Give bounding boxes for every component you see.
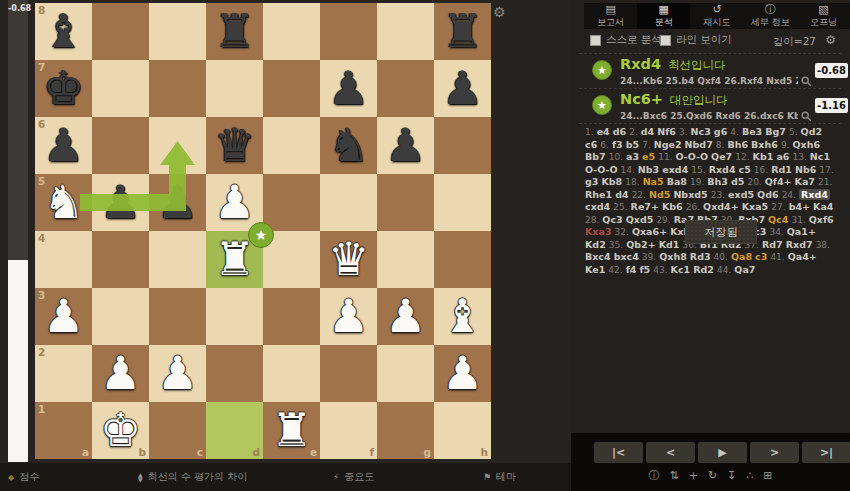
move-white[interactable]: Nc1 (810, 151, 830, 162)
chess-board[interactable]: 8♝♜♜7♚♟♟6♟♛♞♟5♞♟♟♟4♜♛3♟♟♟♝2♟♟♟1ab♚cde♜fg… (35, 3, 491, 459)
move-white[interactable]: Rd1 (771, 164, 792, 175)
square-g2[interactable] (377, 345, 434, 402)
tab-label: 세부 정보 (751, 16, 790, 29)
black-pawn-b5[interactable]: ♟ (100, 174, 141, 231)
square-b5[interactable]: ♟ (92, 174, 149, 231)
move-black[interactable]: c3 (755, 251, 767, 262)
rank-label-3: 3 (38, 290, 45, 301)
move-black[interactable]: a6 (776, 151, 789, 162)
move-black[interactable]: Ke1 (585, 264, 605, 275)
tab-icon: ▧ (818, 4, 828, 15)
move-number: 16. (754, 165, 768, 175)
evaluation-bar: -0.68 (8, 0, 28, 462)
move-number: 38. (816, 240, 830, 250)
move-number: 35. (609, 240, 623, 250)
toolbar-item-label: 점수 (19, 470, 39, 484)
next-move-button[interactable]: > (750, 442, 799, 463)
move-black[interactable]: Kd1 (659, 239, 680, 250)
square-a8[interactable]: 8♝ (35, 3, 92, 60)
square-d3[interactable] (206, 288, 263, 345)
move-white[interactable]: Rd7 (762, 239, 783, 250)
move-black[interactable]: Nbd7 (685, 139, 713, 150)
white-pawn-g3[interactable]: ♟ (385, 288, 426, 345)
square-b8[interactable] (92, 3, 149, 60)
rank-label-2: 2 (38, 347, 45, 358)
square-c7[interactable] (149, 60, 206, 117)
white-queen-f4[interactable]: ♛ (328, 231, 369, 288)
move-number: 40. (714, 252, 728, 262)
move-black[interactable]: d4 (615, 189, 628, 200)
move-white[interactable]: Qa7 (734, 264, 755, 275)
panel-tab-bar: ▤보고서▦분석↺재시도ⓘ세부 정보▧오프닝 (584, 3, 850, 29)
square-f2[interactable] (320, 345, 377, 402)
move-black[interactable]: Qc4 (768, 214, 788, 225)
evaluation-value: -0.68 (8, 4, 28, 13)
move-black[interactable]: Bg7 (765, 126, 786, 137)
square-f4[interactable]: ♛ (320, 231, 377, 288)
flip-board-icon[interactable]: ⇅ (669, 469, 678, 483)
square-d8[interactable]: ♜ (206, 3, 263, 60)
black-queen-d6[interactable]: ♛ (214, 117, 255, 174)
move-number: 41. (770, 252, 784, 262)
move-black[interactable]: c6 (585, 139, 597, 150)
move-black[interactable]: Rd3 (690, 251, 711, 262)
move-number: 23. (711, 190, 725, 200)
move-number: 28. (585, 215, 599, 225)
file-label-h: h (481, 447, 488, 458)
square-a4[interactable]: 4 (35, 231, 92, 288)
move-black[interactable]: e5 (642, 151, 655, 162)
black-rook-d8[interactable]: ♜ (214, 3, 255, 60)
move-number: 2. (629, 127, 638, 137)
rank-label-4: 4 (38, 233, 45, 244)
file-label-c: c (197, 447, 203, 458)
checkbox-label: 라인 보이기 (676, 33, 732, 47)
saved-button[interactable]: 저장됨 (685, 220, 757, 244)
move-white[interactable]: O-O-O (676, 151, 708, 162)
separator (579, 123, 841, 124)
toolbar-item-최선의 수 평가의 차이[interactable]: ▲▼최선의 수 평가의 차이 (138, 463, 247, 491)
square-e5[interactable] (263, 174, 320, 231)
move-white[interactable]: Rhe1 (585, 189, 612, 200)
square-e6[interactable] (263, 117, 320, 174)
theme-flag-icon: ⚑ (483, 472, 491, 482)
tab-세부 정보[interactable]: ⓘ세부 정보 (744, 3, 797, 29)
move-number: 11. (658, 152, 672, 162)
square-e7[interactable] (263, 60, 320, 117)
square-h5[interactable] (434, 174, 491, 231)
square-g5[interactable] (377, 174, 434, 231)
move-list[interactable]: 1. e4 d6 2. d4 Nf6 3. Nc3 g6 4. Be3 Bg7 … (585, 126, 837, 216)
square-a1[interactable]: 1a (35, 402, 92, 459)
bottom-toolbar: ◆점수▲▼최선의 수 평가의 차이⚡중요도⚑테마 (0, 463, 571, 491)
move-number: 19. (690, 177, 704, 187)
move-number: 32. (615, 227, 629, 237)
move-white[interactable]: f3 (612, 139, 623, 150)
move-black[interactable]: Qxd5 (626, 214, 654, 225)
square-a5[interactable]: 5♞ (35, 174, 92, 231)
separator (579, 88, 841, 89)
square-b6[interactable] (92, 117, 149, 174)
lightning-icon: ⚡ (333, 472, 339, 482)
move-black[interactable]: Bxh6 (751, 139, 778, 150)
checkbox-icon[interactable] (590, 35, 601, 46)
white-bishop-h3[interactable]: ♝ (442, 288, 483, 345)
move-white[interactable]: Kb1 (753, 151, 774, 162)
depth-label: 깊이=27 (773, 35, 816, 49)
last-move-button[interactable]: >| (802, 442, 850, 463)
move-black[interactable]: Bb7 (585, 151, 606, 162)
move-white[interactable]: Qxh8 (659, 251, 687, 262)
move-white[interactable]: d4 (641, 126, 654, 137)
square-h8[interactable]: ♜ (434, 3, 491, 60)
square-c1[interactable]: c (149, 402, 206, 459)
black-king-a7[interactable]: ♚ (43, 60, 84, 117)
add-icon[interactable]: + (689, 469, 698, 483)
best-move-star-badge: ★ (248, 222, 274, 248)
square-d1[interactable]: d (206, 402, 263, 459)
move-black[interactable]: Ba8 (667, 176, 687, 187)
square-e1[interactable]: e♜ (263, 402, 320, 459)
alt-move-star-icon: ★ (592, 95, 612, 115)
engine-settings-gear-icon[interactable]: ⚙ (825, 33, 836, 47)
black-pawn-h7[interactable]: ♟ (442, 60, 483, 117)
eval-badge: -0.68 (815, 63, 848, 78)
analysis-controls-row: 스스로 분석 라인 보이기 깊이=27 ⚙ (571, 31, 850, 49)
move-white[interactable]: f4 (626, 264, 637, 275)
move-number: 3. (679, 127, 688, 137)
move-number: 13. (792, 152, 806, 162)
toolbar-item-중요도[interactable]: ⚡중요도 (333, 463, 374, 491)
square-h1[interactable]: h (434, 402, 491, 459)
tab-label: 보고서 (597, 16, 624, 29)
move-number: 26. (686, 202, 700, 212)
move-number: 34. (769, 227, 783, 237)
square-c6[interactable] (149, 117, 206, 174)
move-white[interactable]: Qa1+ (787, 226, 816, 237)
move-number: 31. (791, 215, 805, 225)
move-number: 9. (781, 140, 790, 150)
move-number: 22. (632, 190, 646, 200)
white-rook-e1[interactable]: ♜ (271, 402, 312, 459)
tab-label: 분석 (655, 16, 673, 29)
move-number: 17. (819, 165, 833, 175)
utility-icons-row: ⓘ⇅+↻↧∴⊞ (571, 469, 850, 483)
rank-label-1: 1 (38, 404, 45, 415)
download-icon[interactable]: ↧ (727, 469, 736, 483)
engine-line-best[interactable]: ★ Rxd4최선입니다 24...Kb6 25.b4 Qxf4 26.Rxf4 … (571, 56, 850, 90)
rank-label-8: 8 (38, 5, 45, 16)
square-f3[interactable]: ♟ (320, 288, 377, 345)
move-number: 10. (609, 152, 623, 162)
square-g4[interactable] (377, 231, 434, 288)
previous-move-button[interactable]: < (646, 442, 695, 463)
white-pawn-c2[interactable]: ♟ (157, 345, 198, 402)
square-f6[interactable]: ♞ (320, 117, 377, 174)
line-move-san: Nc6+ (620, 91, 663, 107)
move-black[interactable]: Rxd7 (786, 239, 813, 250)
engine-line-alternative[interactable]: ★ Nc6+대안입니다 24...Bxc6 25.Qxd6 Rxd6 26.dx… (571, 91, 850, 125)
computer-icon[interactable]: ⊞ (763, 469, 772, 483)
move-white[interactable]: Re7+ (631, 201, 659, 212)
file-label-f: f (369, 447, 374, 458)
move-black[interactable]: Ka7 (795, 176, 815, 187)
square-c5[interactable]: ♟ (149, 174, 206, 231)
move-number: 29. (656, 215, 670, 225)
best-move-star-icon: ★ (592, 60, 612, 80)
move-white[interactable]: g3 (585, 176, 598, 187)
rank-label-7: 7 (38, 62, 45, 73)
move-number: 42. (608, 265, 622, 275)
square-f1[interactable]: f (320, 402, 377, 459)
line-pv: 24...Bxc6 25.Qxd6 Rxd6 26.dxc6 Kb6 27.Re… (620, 111, 798, 121)
share-icon[interactable]: ∴ (746, 469, 753, 483)
square-b2[interactable]: ♟ (92, 345, 149, 402)
square-g3[interactable]: ♟ (377, 288, 434, 345)
tab-icon: ⓘ (765, 4, 776, 15)
move-black[interactable]: bxc4 (614, 251, 639, 262)
move-white[interactable]: Bh3 (707, 176, 728, 187)
toolbar-item-점수[interactable]: ◆점수 (8, 463, 39, 491)
self-analysis-checkbox[interactable]: 스스로 분석 (590, 33, 662, 47)
file-label-b: b (138, 447, 146, 458)
black-rook-h8[interactable]: ♜ (442, 3, 483, 60)
move-number: 5. (789, 127, 798, 137)
move-white[interactable]: Nb3 (638, 164, 659, 175)
move-black[interactable]: Nb6 (795, 164, 816, 175)
tab-오프닝[interactable]: ▧오프닝 (797, 3, 850, 29)
square-b4[interactable] (92, 231, 149, 288)
square-h3[interactable]: ♝ (434, 288, 491, 345)
eval-badge: -1.16 (815, 98, 848, 113)
square-a6[interactable]: 6♟ (35, 117, 92, 174)
tab-icon: ▤ (605, 4, 615, 15)
move-number: 14. (621, 165, 635, 175)
move-black[interactable]: Kxa3 (585, 226, 612, 237)
move-number: 8. (716, 140, 725, 150)
evaluation-bar-white (8, 260, 28, 462)
toolbar-item-테마[interactable]: ⚑테마 (483, 463, 516, 491)
move-white[interactable]: Na5 (643, 176, 664, 187)
square-h6[interactable] (434, 117, 491, 174)
magnifier-icon[interactable] (801, 111, 812, 122)
move-white[interactable]: Qd2 (801, 126, 823, 137)
move-white[interactable]: Kc1 (671, 264, 691, 275)
line-pv: 24...Kb6 25.b4 Qxf4 26.Rxf4 Nxd5 27.Rxf7… (620, 76, 798, 86)
move-black[interactable]: Nbxd5 (673, 189, 707, 200)
move-white[interactable]: Nge2 (654, 139, 682, 150)
move-number: 24. (782, 190, 796, 200)
move-white[interactable]: exd5 (728, 189, 754, 200)
move-white[interactable]: Bxc4 (585, 251, 611, 262)
square-d2[interactable] (206, 345, 263, 402)
toolbar-item-label: 테마 (496, 470, 516, 484)
square-f7[interactable]: ♟ (320, 60, 377, 117)
move-white[interactable]: e4 (597, 126, 610, 137)
move-black[interactable]: d6 (613, 126, 626, 137)
move-white[interactable]: Qxf6 (809, 214, 834, 225)
move-number: 18. (625, 177, 639, 187)
square-h2[interactable]: ♟ (434, 345, 491, 402)
black-bishop-a8[interactable]: ♝ (43, 3, 84, 60)
white-knight-a5[interactable]: ♞ (43, 174, 84, 231)
move-number: 20. (747, 177, 761, 187)
move-number: 39. (642, 252, 656, 262)
line-comment: 대안입니다 (670, 93, 728, 107)
move-white[interactable]: Qa4+ (788, 251, 817, 262)
white-pawn-h2[interactable]: ♟ (442, 345, 483, 402)
checkbox-label: 스스로 분석 (606, 33, 662, 47)
square-e8[interactable] (263, 3, 320, 60)
first-move-button[interactable]: |< (594, 442, 643, 463)
line-comment: 최선입니다 (668, 58, 726, 72)
white-king-b1[interactable]: ♚ (100, 402, 141, 459)
move-number: 6. (600, 140, 609, 150)
move-white[interactable]: Qb2+ (626, 239, 655, 250)
square-c2[interactable]: ♟ (149, 345, 206, 402)
move-black[interactable]: Kxa5 (742, 201, 769, 212)
move-white[interactable]: Be3 (742, 126, 762, 137)
magnifier-icon[interactable] (801, 76, 812, 87)
square-d7[interactable] (206, 60, 263, 117)
move-number: 43. (653, 265, 667, 275)
move-black[interactable]: Kd2 (585, 239, 606, 250)
white-pawn-f3[interactable]: ♟ (328, 288, 369, 345)
square-e2[interactable] (263, 345, 320, 402)
square-a7[interactable]: 7♚ (35, 60, 92, 117)
rank-label-5: 5 (38, 176, 45, 187)
tab-label: 오프닝 (810, 16, 837, 29)
tab-재시도[interactable]: ↺재시도 (690, 3, 743, 29)
square-b3[interactable] (92, 288, 149, 345)
move-white[interactable]: Rxd4 (799, 189, 830, 200)
square-g7[interactable] (377, 60, 434, 117)
move-number: 44. (717, 265, 731, 275)
move-black[interactable]: Rd2 (693, 264, 714, 275)
show-lines-checkbox[interactable]: 라인 보이기 (660, 33, 732, 47)
move-white[interactable]: Rxd4 (709, 164, 736, 175)
move-number: 15. (691, 165, 705, 175)
file-label-e: e (310, 447, 317, 458)
move-white[interactable]: Qxa6+ (632, 226, 667, 237)
black-knight-f6[interactable]: ♞ (328, 117, 369, 174)
rank-label-6: 6 (38, 119, 45, 130)
square-b7[interactable] (92, 60, 149, 117)
tab-보고서[interactable]: ▤보고서 (584, 3, 637, 29)
square-e3[interactable] (263, 288, 320, 345)
line-move-san: Rxd4 (620, 56, 661, 72)
move-number: 27. (771, 202, 785, 212)
reload-icon[interactable]: ↻ (708, 469, 717, 483)
square-g6[interactable]: ♟ (377, 117, 434, 174)
square-c8[interactable] (149, 3, 206, 60)
black-pawn-f7[interactable]: ♟ (328, 60, 369, 117)
move-white[interactable]: Qc3 (602, 214, 622, 225)
move-black[interactable]: Ka4 (813, 201, 833, 212)
move-white[interactable]: Qxh6 (793, 139, 821, 150)
move-black[interactable]: O-O-O (585, 164, 617, 175)
checkbox-icon[interactable] (660, 35, 671, 46)
black-pawn-c5[interactable]: ♟ (157, 174, 198, 231)
move-black[interactable]: Nf6 (657, 126, 676, 137)
white-pawn-a3[interactable]: ♟ (43, 288, 84, 345)
updown-arrows-icon: ▲▼ (138, 472, 143, 482)
move-black[interactable]: d5 (731, 176, 744, 187)
square-c3[interactable] (149, 288, 206, 345)
move-number: 7. (642, 140, 651, 150)
move-white[interactable]: Bh6 (727, 139, 748, 150)
info-icon[interactable]: ⓘ (648, 469, 659, 483)
black-pawn-a6[interactable]: ♟ (43, 117, 84, 174)
file-label-g: g (423, 447, 431, 458)
move-white[interactable]: Qa8 (731, 251, 752, 262)
move-white[interactable]: Qxd4+ (703, 201, 739, 212)
play-button[interactable]: ▶ (698, 442, 747, 463)
square-h7[interactable]: ♟ (434, 60, 491, 117)
square-a3[interactable]: 3♟ (35, 288, 92, 345)
navigation-section: ⓘ⇅+↻↧∴⊞ |<<▶>>| (571, 433, 850, 491)
board-settings-gear-icon[interactable]: ⚙ (493, 4, 506, 20)
file-label-a: a (82, 447, 89, 458)
toolbar-item-label: 중요도 (344, 470, 374, 484)
tab-icon: ↺ (712, 4, 721, 15)
square-g1[interactable]: g (377, 402, 434, 459)
move-number: 25. (613, 202, 627, 212)
move-black[interactable]: c5 (739, 164, 751, 175)
move-number: 12. (735, 152, 749, 162)
move-number: 1. (585, 127, 594, 137)
score-icon: ◆ (8, 473, 14, 482)
move-black[interactable]: Qe7 (711, 151, 732, 162)
tab-label: 재시도 (704, 16, 731, 29)
tab-icon: ▦ (659, 4, 669, 15)
move-black[interactable]: cxd4 (585, 201, 610, 212)
move-number: 21. (818, 177, 832, 187)
move-white[interactable]: Nd5 (649, 189, 670, 200)
move-white[interactable]: a3 (626, 151, 639, 162)
square-d6[interactable]: ♛ (206, 117, 263, 174)
black-pawn-g6[interactable]: ♟ (385, 117, 426, 174)
move-black[interactable]: Kb6 (662, 201, 683, 212)
square-f8[interactable] (320, 3, 377, 60)
move-white[interactable]: b4+ (789, 201, 810, 212)
separator (579, 53, 841, 54)
square-h4[interactable] (434, 231, 491, 288)
square-a2[interactable]: 2 (35, 345, 92, 402)
line-move: Rxd4최선입니다 (620, 56, 726, 73)
move-black[interactable]: Qd6 (757, 189, 779, 200)
move-black[interactable]: b5 (626, 139, 639, 150)
square-b1[interactable]: b♚ (92, 402, 149, 459)
white-pawn-b2[interactable]: ♟ (100, 345, 141, 402)
tab-분석[interactable]: ▦분석 (637, 3, 690, 29)
toolbar-item-label: 최선의 수 평가의 차이 (148, 470, 248, 484)
move-black[interactable]: exd4 (662, 164, 688, 175)
move-black[interactable]: f5 (639, 264, 650, 275)
move-black[interactable]: Kb8 (601, 176, 622, 187)
square-f5[interactable] (320, 174, 377, 231)
square-g8[interactable] (377, 3, 434, 60)
move-white[interactable]: Nc3 (691, 126, 711, 137)
move-black[interactable]: g6 (714, 126, 727, 137)
square-c4[interactable] (149, 231, 206, 288)
line-move: Nc6+대안입니다 (620, 91, 727, 108)
move-number: 4. (730, 127, 739, 137)
file-label-d: d (252, 447, 260, 458)
move-white[interactable]: Qf4+ (765, 176, 792, 187)
analysis-panel: ▤보고서▦분석↺재시도ⓘ세부 정보▧오프닝 스스로 분석 라인 보이기 깊이=2… (571, 0, 850, 491)
white-pawn-d5[interactable]: ♟ (214, 174, 255, 231)
